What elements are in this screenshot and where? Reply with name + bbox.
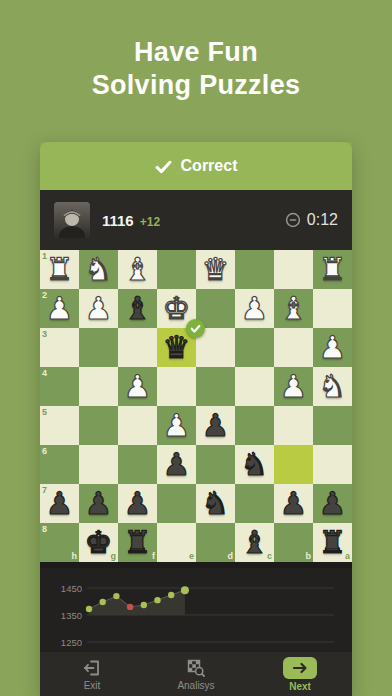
square-h3[interactable]: 3 — [40, 328, 79, 367]
square-e6[interactable]: ♟ — [157, 445, 196, 484]
black-knight-c6[interactable]: ♞ — [235, 445, 274, 484]
square-b1[interactable] — [274, 250, 313, 289]
file-label-c: c — [267, 551, 272, 561]
square-h1[interactable]: 1♜ — [40, 250, 79, 289]
rank-label-3: 3 — [42, 329, 47, 339]
svg-text:1250: 1250 — [61, 637, 82, 648]
square-g6[interactable] — [79, 445, 118, 484]
square-d6[interactable] — [196, 445, 235, 484]
square-e4[interactable] — [157, 367, 196, 406]
black-pawn-a7[interactable]: ♟ — [313, 484, 352, 523]
exit-button[interactable]: Exit — [40, 652, 144, 696]
square-b4[interactable]: ♟ — [274, 367, 313, 406]
rating-graph: 145013501250 — [40, 568, 352, 652]
rank-label-8: 8 — [42, 524, 47, 534]
square-b2[interactable]: ♝ — [274, 289, 313, 328]
white-queen-d1[interactable]: ♛ — [196, 250, 235, 289]
exit-icon — [82, 658, 102, 678]
square-b7[interactable]: ♟ — [274, 484, 313, 523]
square-a4[interactable]: ♞ — [313, 367, 352, 406]
square-g5[interactable] — [79, 406, 118, 445]
white-pawn-g2[interactable]: ♟ — [79, 289, 118, 328]
rank-label-2: 2 — [42, 290, 47, 300]
black-pawn-g7[interactable]: ♟ — [79, 484, 118, 523]
square-g3[interactable] — [79, 328, 118, 367]
square-d8[interactable]: d — [196, 523, 235, 562]
square-f7[interactable]: ♟ — [118, 484, 157, 523]
next-label: Next — [289, 681, 311, 692]
timer-value: 0:12 — [307, 211, 338, 229]
square-h5[interactable]: 5 — [40, 406, 79, 445]
correct-banner: Correct — [40, 142, 352, 190]
square-g1[interactable]: ♞ — [79, 250, 118, 289]
svg-text:1350: 1350 — [61, 610, 82, 621]
square-c3[interactable] — [235, 328, 274, 367]
square-f2[interactable]: ♝ — [118, 289, 157, 328]
square-e5[interactable]: ♟ — [157, 406, 196, 445]
square-f8[interactable]: f♜ — [118, 523, 157, 562]
square-c2[interactable]: ♟ — [235, 289, 274, 328]
square-b3[interactable] — [274, 328, 313, 367]
black-pawn-e6[interactable]: ♟ — [157, 445, 196, 484]
black-pawn-f7[interactable]: ♟ — [118, 484, 157, 523]
square-h8[interactable]: 8h — [40, 523, 79, 562]
square-a1[interactable]: ♜ — [313, 250, 352, 289]
black-pawn-b7[interactable]: ♟ — [274, 484, 313, 523]
file-label-b: b — [306, 551, 312, 561]
square-g4[interactable] — [79, 367, 118, 406]
square-h2[interactable]: 2♟ — [40, 289, 79, 328]
player-rating-group: 1116 +12 — [102, 212, 160, 229]
square-a5[interactable] — [313, 406, 352, 445]
square-b8[interactable]: b — [274, 523, 313, 562]
square-f1[interactable]: ♝ — [118, 250, 157, 289]
next-button[interactable]: Next — [248, 652, 352, 696]
square-g2[interactable]: ♟ — [79, 289, 118, 328]
rank-label-1: 1 — [42, 251, 47, 261]
square-e3[interactable]: ♛ — [157, 328, 196, 367]
square-a8[interactable]: a♜ — [313, 523, 352, 562]
svg-text:1450: 1450 — [61, 583, 82, 594]
rating-chart-svg: 145013501250 — [40, 568, 352, 652]
square-h7[interactable]: 7♟ — [40, 484, 79, 523]
check-icon — [155, 158, 172, 175]
square-c1[interactable] — [235, 250, 274, 289]
square-f6[interactable] — [118, 445, 157, 484]
white-bishop-b2[interactable]: ♝ — [274, 289, 313, 328]
correct-label: Correct — [181, 157, 238, 175]
rank-label-5: 5 — [42, 407, 47, 417]
square-c5[interactable] — [235, 406, 274, 445]
file-label-d: d — [228, 551, 234, 561]
square-d1[interactable]: ♛ — [196, 250, 235, 289]
player-bar: 1116 +12 0:12 — [40, 190, 352, 250]
exit-label: Exit — [84, 680, 101, 691]
bottom-nav: Exit Analisys — [40, 652, 352, 696]
square-e7[interactable] — [157, 484, 196, 523]
white-pawn-f4[interactable]: ♟ — [118, 367, 157, 406]
square-b5[interactable] — [274, 406, 313, 445]
square-d5[interactable]: ♟ — [196, 406, 235, 445]
square-e8[interactable]: e — [157, 523, 196, 562]
white-rook-a1[interactable]: ♜ — [313, 250, 352, 289]
next-arrow-icon[interactable] — [283, 657, 317, 679]
square-d4[interactable] — [196, 367, 235, 406]
chess-board[interactable]: 1♜♞♝♛♜2♟♟♝♚♟♝3♛♟4♟♟♞5♟♟6♟♞7♟♟♟♞♟♟8hg♚f♜e… — [40, 250, 352, 562]
black-knight-d7[interactable]: ♞ — [196, 484, 235, 523]
puzzle-card: Correct 1116 +12 — [40, 142, 352, 696]
square-a3[interactable]: ♟ — [313, 328, 352, 367]
square-f4[interactable]: ♟ — [118, 367, 157, 406]
file-label-h: h — [72, 551, 78, 561]
correct-move-badge — [186, 319, 205, 338]
rank-label-6: 6 — [42, 446, 47, 456]
file-label-f: f — [152, 551, 155, 561]
square-h6[interactable]: 6 — [40, 445, 79, 484]
square-c8[interactable]: c♝ — [235, 523, 274, 562]
square-a6[interactable] — [313, 445, 352, 484]
black-pawn-d5[interactable]: ♟ — [196, 406, 235, 445]
rating-delta: +12 — [140, 215, 160, 229]
rank-label-4: 4 — [42, 368, 47, 378]
square-h4[interactable]: 4 — [40, 367, 79, 406]
square-a7[interactable]: ♟ — [313, 484, 352, 523]
white-knight-g1[interactable]: ♞ — [79, 250, 118, 289]
page-title: Have Fun Solving Puzzles — [0, 36, 392, 102]
white-pawn-a3[interactable]: ♟ — [313, 328, 352, 367]
square-e1[interactable] — [157, 250, 196, 289]
white-pawn-c2[interactable]: ♟ — [235, 289, 274, 328]
title-line1: Have Fun — [0, 36, 392, 69]
file-label-g: g — [111, 551, 117, 561]
white-pawn-e5[interactable]: ♟ — [157, 406, 196, 445]
white-knight-a4[interactable]: ♞ — [313, 367, 352, 406]
square-d7[interactable]: ♞ — [196, 484, 235, 523]
square-g7[interactable]: ♟ — [79, 484, 118, 523]
square-b6[interactable] — [274, 445, 313, 484]
timer-group: 0:12 — [285, 211, 338, 229]
app-screen: Have Fun Solving Puzzles Correct — [0, 0, 392, 696]
square-c4[interactable] — [235, 367, 274, 406]
square-c7[interactable] — [235, 484, 274, 523]
square-g8[interactable]: g♚ — [79, 523, 118, 562]
file-label-a: a — [345, 551, 350, 561]
square-f5[interactable] — [118, 406, 157, 445]
player-rating: 1116 — [102, 212, 134, 229]
analysis-icon — [186, 658, 206, 678]
square-c6[interactable]: ♞ — [235, 445, 274, 484]
white-pawn-b4[interactable]: ♟ — [274, 367, 313, 406]
title-line2: Solving Puzzles — [0, 69, 392, 102]
file-label-e: e — [189, 551, 194, 561]
rank-label-7: 7 — [42, 485, 47, 495]
square-a2[interactable] — [313, 289, 352, 328]
analysis-label: Analisys — [177, 680, 214, 691]
timer-icon — [285, 212, 301, 228]
black-bishop-f2[interactable]: ♝ — [118, 289, 157, 328]
square-f3[interactable] — [118, 328, 157, 367]
white-bishop-f1[interactable]: ♝ — [118, 250, 157, 289]
avatar[interactable] — [54, 202, 90, 238]
analysis-button[interactable]: Analisys — [144, 652, 248, 696]
